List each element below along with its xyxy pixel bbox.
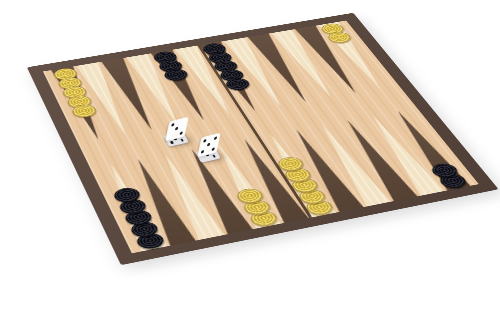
pip-cell [179, 138, 186, 142]
die-pip [212, 155, 216, 158]
board-perspective-wrap [27, 13, 499, 265]
pip-cell [211, 154, 218, 158]
die-pip [179, 131, 183, 135]
playing-field [43, 21, 479, 254]
die-2[interactable] [197, 135, 229, 167]
die-pip [170, 141, 174, 144]
die-1[interactable] [165, 119, 197, 151]
scene [0, 0, 500, 318]
die-pip [211, 147, 215, 151]
backgammon-board [27, 13, 499, 265]
pip-cell [210, 146, 216, 153]
die-pip [180, 139, 184, 142]
pip-cell [178, 130, 184, 137]
